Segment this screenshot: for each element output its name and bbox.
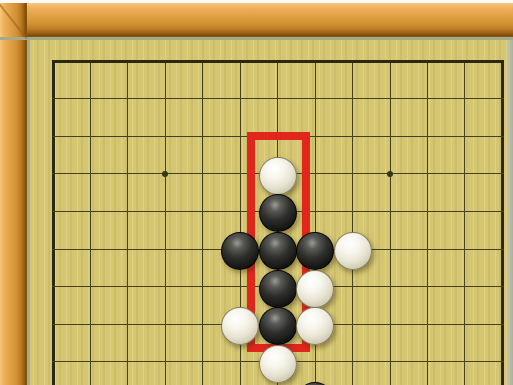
grid-vline	[165, 60, 166, 385]
grid-vline	[90, 60, 91, 385]
star-point	[162, 171, 168, 177]
frame-inner-shadow-top	[0, 37, 513, 40]
star-point	[387, 171, 393, 177]
grid-hline	[52, 98, 504, 99]
go-app-window	[0, 0, 513, 385]
board-right-edge	[507, 37, 513, 385]
go-board[interactable]	[0, 0, 513, 385]
stone-white-H7	[296, 270, 334, 308]
stone-black-G7	[259, 270, 297, 308]
grid-vline	[427, 60, 428, 385]
grid-vline	[501, 60, 504, 385]
stone-white-G5	[259, 345, 297, 383]
wood-frame-left	[0, 3, 27, 385]
stone-black-G8	[259, 232, 297, 270]
grid-vline	[202, 60, 203, 385]
stone-white-J8	[334, 232, 372, 270]
grid-vline	[127, 60, 128, 385]
stone-white-H6	[296, 307, 334, 345]
wood-frame-top	[0, 3, 513, 37]
grid-vline	[52, 60, 55, 385]
stone-black-F8	[221, 232, 259, 270]
page-background-strip	[0, 0, 513, 3]
grid-vline	[352, 60, 353, 385]
grid-hline	[52, 60, 504, 63]
stone-black-H8	[296, 232, 334, 270]
stone-black-G6	[259, 307, 297, 345]
grid-vline	[464, 60, 465, 385]
frame-inner-shadow-left	[27, 37, 30, 385]
stone-white-G10	[259, 157, 297, 195]
grid-vline	[390, 60, 391, 385]
stone-black-G9	[259, 194, 297, 232]
